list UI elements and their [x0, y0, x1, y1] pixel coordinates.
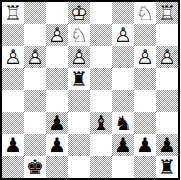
square-a1[interactable]: ♜♖	[156, 2, 178, 24]
square-c1[interactable]	[112, 2, 134, 24]
square-g8[interactable]: ♚	[24, 156, 46, 178]
square-h7[interactable]: ♟	[2, 134, 24, 156]
square-e2[interactable]: ♞♘	[68, 24, 90, 46]
square-h6[interactable]	[2, 112, 24, 134]
white-knight: ♞♘	[136, 3, 154, 23]
square-b2[interactable]	[134, 24, 156, 46]
black-bishop: ♝	[92, 113, 110, 133]
square-a7[interactable]: ♟	[156, 134, 178, 156]
square-e3[interactable]: ♟♙	[68, 46, 90, 68]
white-pawn: ♟♙	[158, 47, 176, 67]
square-g2[interactable]	[24, 24, 46, 46]
square-b3[interactable]: ♟♙	[134, 46, 156, 68]
square-c5[interactable]	[112, 90, 134, 112]
square-f5[interactable]	[46, 90, 68, 112]
square-h1[interactable]: ♜♖	[2, 2, 24, 24]
square-a3[interactable]: ♟♙	[156, 46, 178, 68]
square-f2[interactable]: ♟♙	[46, 24, 68, 46]
square-d8[interactable]	[90, 156, 112, 178]
square-d2[interactable]	[90, 24, 112, 46]
square-e7[interactable]	[68, 134, 90, 156]
black-rook: ♜	[158, 157, 176, 177]
square-g1[interactable]	[24, 2, 46, 24]
square-d1[interactable]	[90, 2, 112, 24]
square-c8[interactable]	[112, 156, 134, 178]
square-e5[interactable]	[68, 90, 90, 112]
square-d7[interactable]	[90, 134, 112, 156]
square-a6[interactable]	[156, 112, 178, 134]
white-pawn: ♟♙	[4, 47, 22, 67]
square-d3[interactable]	[90, 46, 112, 68]
square-b7[interactable]: ♟	[134, 134, 156, 156]
chess-board: ♜♖♚♔♞♘♜♖♟♙♞♘♟♙♟♙♟♙♟♙♟♙♟♙♜♟♝♞♟♟♟♟♟♚♜	[0, 0, 180, 180]
square-c4[interactable]	[112, 68, 134, 90]
white-pawn: ♟♙	[136, 47, 154, 67]
square-f4[interactable]	[46, 68, 68, 90]
square-b1[interactable]: ♞♘	[134, 2, 156, 24]
square-f7[interactable]: ♟	[46, 134, 68, 156]
square-b6[interactable]	[134, 112, 156, 134]
square-g5[interactable]	[24, 90, 46, 112]
black-king: ♚	[26, 157, 44, 177]
white-knight: ♞♘	[70, 25, 88, 45]
square-c7[interactable]: ♟	[112, 134, 134, 156]
black-pawn: ♟	[4, 135, 22, 155]
square-a5[interactable]	[156, 90, 178, 112]
square-f6[interactable]: ♟	[46, 112, 68, 134]
white-pawn: ♟♙	[70, 47, 88, 67]
square-a4[interactable]	[156, 68, 178, 90]
square-c6[interactable]: ♞	[112, 112, 134, 134]
square-d6[interactable]: ♝	[90, 112, 112, 134]
white-rook: ♜♖	[158, 3, 176, 23]
square-h5[interactable]	[2, 90, 24, 112]
square-h4[interactable]	[2, 68, 24, 90]
square-h2[interactable]	[2, 24, 24, 46]
black-pawn: ♟	[48, 135, 66, 155]
square-f8[interactable]	[46, 156, 68, 178]
square-f3[interactable]	[46, 46, 68, 68]
square-a2[interactable]	[156, 24, 178, 46]
black-rook: ♜	[70, 69, 88, 89]
square-h8[interactable]	[2, 156, 24, 178]
black-knight: ♞	[114, 113, 132, 133]
black-pawn: ♟	[158, 135, 176, 155]
square-g7[interactable]	[24, 134, 46, 156]
square-g6[interactable]	[24, 112, 46, 134]
square-f1[interactable]	[46, 2, 68, 24]
square-e4[interactable]: ♜	[68, 68, 90, 90]
white-pawn: ♟♙	[114, 25, 132, 45]
white-pawn: ♟♙	[26, 47, 44, 67]
square-d5[interactable]	[90, 90, 112, 112]
white-rook: ♜♖	[4, 3, 22, 23]
square-e1[interactable]: ♚♔	[68, 2, 90, 24]
chess-diagram: ♜♖♚♔♞♘♜♖♟♙♞♘♟♙♟♙♟♙♟♙♟♙♟♙♜♟♝♞♟♟♟♟♟♚♜	[0, 0, 181, 180]
white-pawn: ♟♙	[48, 25, 66, 45]
square-e6[interactable]	[68, 112, 90, 134]
square-e8[interactable]	[68, 156, 90, 178]
square-g3[interactable]: ♟♙	[24, 46, 46, 68]
black-pawn: ♟	[48, 113, 66, 133]
square-b8[interactable]	[134, 156, 156, 178]
white-king: ♚♔	[70, 3, 88, 23]
square-g4[interactable]	[24, 68, 46, 90]
square-b5[interactable]	[134, 90, 156, 112]
black-pawn: ♟	[136, 135, 154, 155]
square-c3[interactable]	[112, 46, 134, 68]
square-b4[interactable]	[134, 68, 156, 90]
black-pawn: ♟	[114, 135, 132, 155]
square-c2[interactable]: ♟♙	[112, 24, 134, 46]
square-a8[interactable]: ♜	[156, 156, 178, 178]
square-h3[interactable]: ♟♙	[2, 46, 24, 68]
square-d4[interactable]	[90, 68, 112, 90]
